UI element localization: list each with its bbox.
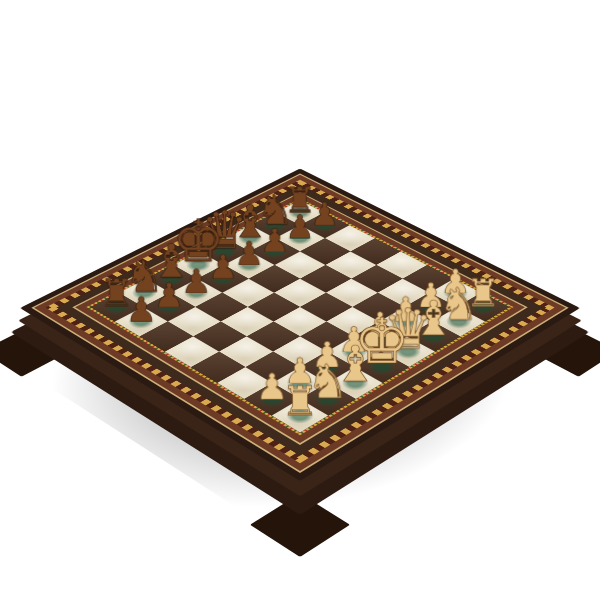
frame-outer-rim: ♜♟♟♜♞♟♟♞♝♟♟♝♛♟♟♛♚♟♟♚♝♟♟♝♞♟♟♞♜♟♟♜ <box>20 169 580 481</box>
piece-glyph: ♜ <box>257 380 343 421</box>
square-h1: ♜ <box>272 399 328 432</box>
piece-glyph: ♟ <box>101 292 182 326</box>
chess-board: ♜♟♟♜♞♟♟♞♝♟♟♝♛♟♟♛♚♟♟♚♝♟♟♝♞♟♟♞♜♟♟♜ <box>20 169 580 481</box>
chess-set-photo: ♜♟♟♜♞♟♟♞♝♟♟♝♛♟♟♛♚♟♟♚♝♟♟♝♞♟♟♞♜♟♟♜ <box>0 0 600 600</box>
frame-cream-line-outer: ♜♟♟♜♞♟♟♞♝♟♟♝♛♟♟♛♚♟♟♚♝♟♟♝♞♟♟♞♜♟♟♜ <box>31 173 568 473</box>
scene: ♜♟♟♜♞♟♟♞♝♟♟♝♛♟♟♛♚♟♟♚♝♟♟♝♞♟♟♞♜♟♟♜ <box>0 0 600 600</box>
